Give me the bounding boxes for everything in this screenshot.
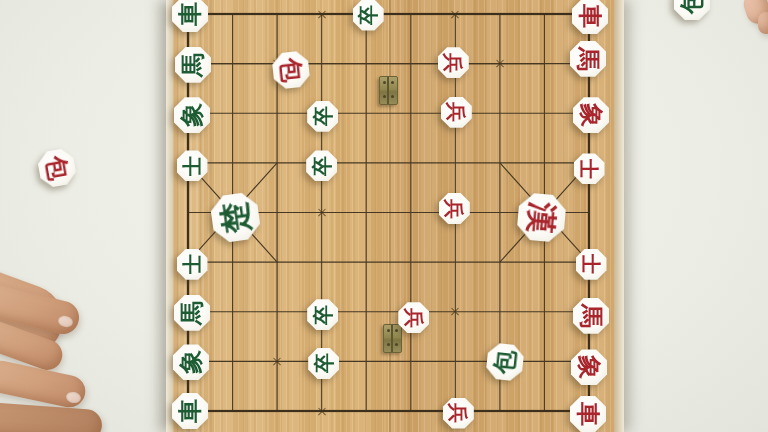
- piece-glyph: 象: [579, 103, 603, 127]
- piece-cho-jol[interactable]: 卒: [307, 101, 338, 132]
- piece-tile: 車: [570, 396, 606, 432]
- piece-glyph: 楚: [218, 200, 253, 235]
- piece-tile: 卒: [307, 101, 338, 132]
- piece-glyph: 馬: [180, 301, 204, 325]
- piece-tile: 卒: [306, 150, 337, 181]
- piece-glyph: 卒: [358, 5, 378, 25]
- piece-tile: 車: [172, 393, 208, 429]
- piece-glyph: 車: [578, 4, 602, 28]
- piece-tile: 士: [574, 153, 605, 184]
- piece-tile: 楚: [209, 191, 262, 244]
- piece-cho-po[interactable]: 包: [485, 343, 525, 383]
- piece-tile: 兵: [398, 302, 429, 333]
- piece-tile: 包: [485, 343, 525, 383]
- piece-han-sa[interactable]: 士: [576, 249, 607, 280]
- piece-glyph: 兵: [446, 102, 466, 122]
- piece-glyph: 士: [182, 254, 202, 274]
- piece-cho-sa[interactable]: 士: [177, 249, 208, 280]
- piece-tile: 士: [177, 249, 208, 280]
- piece-glyph: 兵: [404, 308, 424, 328]
- piece-glyph: 車: [178, 2, 202, 26]
- piece-tile: 車: [172, 0, 208, 32]
- piece-glyph: 象: [179, 350, 203, 374]
- piece-cho-jol[interactable]: 卒: [308, 348, 339, 379]
- piece-tile: 象: [571, 349, 607, 385]
- piece-cho-jol[interactable]: 卒: [306, 150, 337, 181]
- piece-glyph: 漢: [525, 201, 559, 235]
- piece-tile: 包: [36, 147, 78, 189]
- piece-han-byeong[interactable]: 兵: [398, 302, 429, 333]
- piece-glyph: 馬: [181, 53, 205, 77]
- piece-cho-king[interactable]: 楚: [209, 191, 262, 244]
- piece-glyph: 兵: [443, 53, 463, 73]
- piece-cho-cha[interactable]: 車: [172, 393, 208, 429]
- piece-glyph: 象: [180, 103, 204, 127]
- piece-glyph: 士: [182, 156, 202, 176]
- piece-glyph: 士: [579, 159, 599, 179]
- piece-glyph: 士: [581, 254, 601, 274]
- piece-han-sa[interactable]: 士: [574, 153, 605, 184]
- piece-tile: 卒: [307, 299, 338, 330]
- piece-glyph: 卒: [313, 106, 333, 126]
- piece-tile: 馬: [570, 41, 606, 77]
- piece-cho-ma[interactable]: 馬: [175, 47, 211, 83]
- piece-tile: 車: [572, 0, 608, 34]
- piece-tile: 馬: [573, 298, 609, 334]
- piece-han-ma[interactable]: 馬: [573, 298, 609, 334]
- piece-cho-sang[interactable]: 象: [173, 344, 209, 380]
- piece-tile: 兵: [438, 47, 469, 78]
- piece-cho-sa[interactable]: 士: [177, 150, 208, 181]
- piece-han-po[interactable]: 包: [271, 50, 311, 90]
- piece-glyph: 包: [680, 0, 704, 14]
- piece-cho-po[interactable]: 包: [674, 0, 710, 20]
- piece-glyph: 包: [492, 349, 518, 375]
- piece-han-king[interactable]: 漢: [516, 192, 567, 243]
- piece-han-cha[interactable]: 車: [570, 396, 606, 432]
- piece-glyph: 兵: [444, 199, 464, 219]
- piece-glyph: 包: [43, 154, 71, 182]
- piece-cho-jol[interactable]: 卒: [307, 299, 338, 330]
- piece-tile: 卒: [353, 0, 384, 31]
- piece-tile: 士: [576, 249, 607, 280]
- piece-glyph: 卒: [314, 353, 334, 373]
- piece-tile: 漢: [516, 192, 567, 243]
- piece-glyph: 兵: [448, 403, 468, 423]
- piece-tile: 卒: [308, 348, 339, 379]
- piece-glyph: 車: [576, 402, 600, 426]
- piece-han-ma[interactable]: 馬: [570, 41, 606, 77]
- piece-tile: 象: [174, 97, 210, 133]
- piece-tile: 包: [674, 0, 710, 20]
- piece-cho-jol[interactable]: 卒: [353, 0, 384, 31]
- brass-hinge: [379, 76, 398, 105]
- piece-glyph: 包: [278, 56, 304, 82]
- piece-glyph: 馬: [579, 304, 603, 328]
- piece-tile: 馬: [174, 295, 210, 331]
- piece-glyph: 馬: [576, 47, 600, 71]
- piece-han-byeong[interactable]: 兵: [439, 193, 470, 224]
- photo-scene: 車馬象士士馬象車楚卒卒卒卒卒包包兵兵兵兵兵漢車馬象士士馬象車包包: [0, 0, 768, 432]
- piece-han-cha[interactable]: 車: [572, 0, 608, 34]
- piece-glyph: 卒: [313, 305, 333, 325]
- piece-han-byeong[interactable]: 兵: [443, 398, 474, 429]
- piece-han-po[interactable]: 包: [36, 147, 78, 189]
- piece-tile: 兵: [441, 97, 472, 128]
- piece-han-sang[interactable]: 象: [573, 97, 609, 133]
- piece-han-sang[interactable]: 象: [571, 349, 607, 385]
- piece-tile: 兵: [439, 193, 470, 224]
- piece-cho-cha[interactable]: 車: [172, 0, 208, 32]
- piece-tile: 馬: [175, 47, 211, 83]
- piece-han-byeong[interactable]: 兵: [438, 47, 469, 78]
- piece-tile: 士: [177, 150, 208, 181]
- piece-glyph: 卒: [312, 156, 332, 176]
- piece-tile: 象: [573, 97, 609, 133]
- piece-glyph: 車: [178, 399, 202, 423]
- piece-tile: 象: [173, 344, 209, 380]
- piece-tile: 包: [271, 50, 311, 90]
- piece-cho-sang[interactable]: 象: [174, 97, 210, 133]
- piece-glyph: 象: [577, 355, 601, 379]
- piece-cho-ma[interactable]: 馬: [174, 295, 210, 331]
- piece-tile: 兵: [443, 398, 474, 429]
- piece-han-byeong[interactable]: 兵: [441, 97, 472, 128]
